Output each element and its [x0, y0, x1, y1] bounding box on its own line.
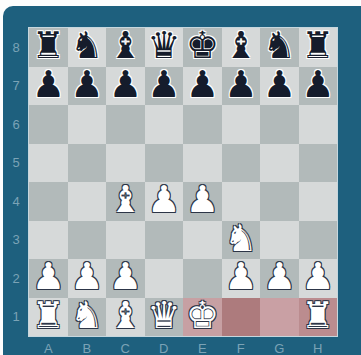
file-label-G: G: [260, 337, 299, 355]
square-f7[interactable]: ♟: [222, 67, 261, 106]
piece-black-rook[interactable]: ♜: [301, 27, 334, 66]
square-e7[interactable]: ♟: [183, 67, 222, 106]
square-d1[interactable]: ♛: [145, 298, 184, 337]
piece-white-pawn[interactable]: ♟: [301, 258, 334, 297]
piece-black-knight[interactable]: ♞: [263, 27, 296, 66]
square-g4[interactable]: [260, 182, 299, 221]
square-h6[interactable]: [299, 105, 338, 144]
square-a2[interactable]: ♟: [29, 259, 68, 298]
square-h2[interactable]: ♟: [299, 259, 338, 298]
square-d6[interactable]: [145, 105, 184, 144]
rank-label-1: 1: [5, 298, 27, 337]
square-g6[interactable]: [260, 105, 299, 144]
piece-white-queen[interactable]: ♛: [147, 297, 180, 336]
piece-white-knight[interactable]: ♞: [70, 297, 103, 336]
piece-black-bishop[interactable]: ♝: [224, 27, 257, 66]
rank-coordinates: 87654321: [5, 28, 27, 336]
square-b1[interactable]: ♞: [68, 298, 107, 337]
square-g8[interactable]: ♞: [260, 28, 299, 67]
piece-white-pawn[interactable]: ♟: [186, 181, 219, 220]
piece-white-knight[interactable]: ♞: [224, 220, 257, 259]
square-c8[interactable]: ♝: [106, 28, 145, 67]
square-f5[interactable]: [222, 144, 261, 183]
square-b7[interactable]: ♟: [68, 67, 107, 106]
square-e1[interactable]: ♚: [183, 298, 222, 337]
piece-white-rook[interactable]: ♜: [301, 297, 334, 336]
square-c5[interactable]: [106, 144, 145, 183]
square-e6[interactable]: [183, 105, 222, 144]
piece-white-pawn[interactable]: ♟: [32, 258, 65, 297]
square-c1[interactable]: ♝: [106, 298, 145, 337]
square-b5[interactable]: [68, 144, 107, 183]
square-g1[interactable]: [260, 298, 299, 337]
piece-white-king[interactable]: ♚: [186, 297, 219, 336]
square-a4[interactable]: [29, 182, 68, 221]
square-d4[interactable]: ♟: [145, 182, 184, 221]
square-e3[interactable]: [183, 221, 222, 260]
square-h5[interactable]: [299, 144, 338, 183]
square-h3[interactable]: [299, 221, 338, 260]
piece-black-pawn[interactable]: ♟: [301, 66, 334, 105]
square-a1[interactable]: ♜: [29, 298, 68, 337]
chess-app-window: { "game": "chess", "position": { "fen": …: [0, 0, 361, 355]
piece-white-pawn[interactable]: ♟: [70, 258, 103, 297]
rank-label-7: 7: [5, 67, 27, 106]
piece-black-queen[interactable]: ♛: [147, 27, 180, 66]
file-label-A: A: [29, 337, 68, 355]
board-frame: 87654321 ABCDEFGH ♜♞♝♛♚♝♞♜♟♟♟♟♟♟♟♟♝♟♟♞♟♟…: [3, 6, 361, 355]
piece-black-pawn[interactable]: ♟: [263, 66, 296, 105]
piece-black-pawn[interactable]: ♟: [186, 66, 219, 105]
piece-white-pawn[interactable]: ♟: [109, 258, 142, 297]
square-a8[interactable]: ♜: [29, 28, 68, 67]
square-f3[interactable]: ♞: [222, 221, 261, 260]
square-h4[interactable]: [299, 182, 338, 221]
piece-black-king[interactable]: ♚: [186, 27, 219, 66]
piece-white-pawn[interactable]: ♟: [224, 258, 257, 297]
square-c3[interactable]: [106, 221, 145, 260]
square-e5[interactable]: [183, 144, 222, 183]
square-c7[interactable]: ♟: [106, 67, 145, 106]
piece-white-pawn[interactable]: ♟: [147, 181, 180, 220]
square-h7[interactable]: ♟: [299, 67, 338, 106]
rank-label-2: 2: [5, 259, 27, 298]
piece-black-pawn[interactable]: ♟: [224, 66, 257, 105]
file-label-E: E: [183, 337, 222, 355]
file-label-D: D: [145, 337, 184, 355]
square-e8[interactable]: ♚: [183, 28, 222, 67]
square-a6[interactable]: [29, 105, 68, 144]
piece-black-rook[interactable]: ♜: [32, 27, 65, 66]
square-g2[interactable]: ♟: [260, 259, 299, 298]
rank-label-4: 4: [5, 182, 27, 221]
piece-black-pawn[interactable]: ♟: [70, 66, 103, 105]
square-b6[interactable]: [68, 105, 107, 144]
piece-black-pawn[interactable]: ♟: [109, 66, 142, 105]
rank-label-5: 5: [5, 144, 27, 183]
piece-black-bishop[interactable]: ♝: [109, 27, 142, 66]
file-coordinates: ABCDEFGH: [29, 337, 337, 355]
square-f6[interactable]: [222, 105, 261, 144]
square-e4[interactable]: ♟: [183, 182, 222, 221]
piece-white-bishop[interactable]: ♝: [109, 181, 142, 220]
square-c4[interactable]: ♝: [106, 182, 145, 221]
square-d5[interactable]: [145, 144, 184, 183]
square-d2[interactable]: [145, 259, 184, 298]
rank-label-8: 8: [5, 28, 27, 67]
square-a5[interactable]: [29, 144, 68, 183]
file-label-F: F: [222, 337, 261, 355]
square-b3[interactable]: [68, 221, 107, 260]
file-label-B: B: [68, 337, 107, 355]
square-d3[interactable]: [145, 221, 184, 260]
rank-label-3: 3: [5, 221, 27, 260]
piece-white-pawn[interactable]: ♟: [263, 258, 296, 297]
square-a3[interactable]: [29, 221, 68, 260]
square-b4[interactable]: [68, 182, 107, 221]
square-c6[interactable]: [106, 105, 145, 144]
square-f4[interactable]: [222, 182, 261, 221]
piece-black-knight[interactable]: ♞: [70, 27, 103, 66]
piece-white-bishop[interactable]: ♝: [109, 297, 142, 336]
rank-label-6: 6: [5, 105, 27, 144]
square-g5[interactable]: [260, 144, 299, 183]
chess-board[interactable]: ♜♞♝♛♚♝♞♜♟♟♟♟♟♟♟♟♝♟♟♞♟♟♟♟♟♟♜♞♝♛♚♜: [29, 28, 337, 336]
square-e2[interactable]: [183, 259, 222, 298]
piece-black-pawn[interactable]: ♟: [32, 66, 65, 105]
square-a7[interactable]: ♟: [29, 67, 68, 106]
square-d7[interactable]: ♟: [145, 67, 184, 106]
square-b8[interactable]: ♞: [68, 28, 107, 67]
square-f8[interactable]: ♝: [222, 28, 261, 67]
square-f1[interactable]: [222, 298, 261, 337]
square-c2[interactable]: ♟: [106, 259, 145, 298]
piece-black-pawn[interactable]: ♟: [147, 66, 180, 105]
square-h1[interactable]: ♜: [299, 298, 338, 337]
file-label-C: C: [106, 337, 145, 355]
square-h8[interactable]: ♜: [299, 28, 338, 67]
square-d8[interactable]: ♛: [145, 28, 184, 67]
square-g3[interactable]: [260, 221, 299, 260]
square-f2[interactable]: ♟: [222, 259, 261, 298]
piece-white-rook[interactable]: ♜: [32, 297, 65, 336]
square-b2[interactable]: ♟: [68, 259, 107, 298]
square-g7[interactable]: ♟: [260, 67, 299, 106]
file-label-H: H: [299, 337, 338, 355]
